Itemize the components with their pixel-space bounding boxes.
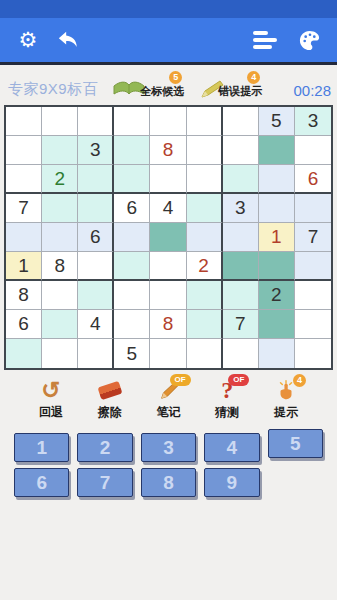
mark-candidates-control[interactable]: 5 全标候选	[112, 71, 184, 99]
cell-r4c2[interactable]	[42, 194, 78, 223]
numpad-9[interactable]: 9	[204, 468, 259, 497]
cell-r2c1[interactable]	[6, 136, 42, 165]
cell-r5c5[interactable]	[150, 223, 186, 252]
numpad-7[interactable]: 7	[77, 468, 132, 497]
numpad-3[interactable]: 3	[141, 433, 196, 462]
undo-button[interactable]: ↺ 回退	[28, 378, 74, 421]
undo-arrow-icon[interactable]	[54, 26, 82, 54]
errors-label: 错误提示	[218, 84, 262, 99]
cell-r8c9[interactable]	[295, 310, 331, 339]
cell-r1c5[interactable]	[150, 107, 186, 136]
guess-off-badge: OF	[228, 374, 249, 386]
cell-r4c5[interactable]: 4	[150, 194, 186, 223]
hint-count-badge: 4	[293, 374, 306, 387]
game-timer: 00:28	[293, 82, 331, 99]
errors-badge: 4	[247, 71, 260, 84]
cell-r8c5[interactable]: 8	[150, 310, 186, 339]
cell-r5c1[interactable]	[6, 223, 42, 252]
hint-button[interactable]: 4 提示	[263, 378, 309, 421]
cell-r3c5[interactable]	[150, 165, 186, 194]
cell-r7c9[interactable]	[295, 281, 331, 310]
cell-r7c1[interactable]: 8	[6, 281, 42, 310]
cell-r4c8[interactable]	[259, 194, 295, 223]
cell-r3c8[interactable]	[259, 165, 295, 194]
cell-r9c1[interactable]	[6, 339, 42, 368]
cell-r7c8[interactable]: 2	[259, 281, 295, 310]
cell-r9c8[interactable]	[259, 339, 295, 368]
cell-r2c8[interactable]	[259, 136, 295, 165]
cell-r3c1[interactable]	[6, 165, 42, 194]
cell-r9c5[interactable]	[150, 339, 186, 368]
cell-r6c6[interactable]: 2	[187, 252, 223, 281]
status-bar	[0, 0, 337, 18]
cell-r2c6[interactable]	[187, 136, 223, 165]
cell-r8c3[interactable]: 4	[78, 310, 114, 339]
cell-r6c5[interactable]	[150, 252, 186, 281]
cell-r7c4[interactable]	[114, 281, 150, 310]
cell-r9c3[interactable]	[78, 339, 114, 368]
cell-r1c6[interactable]	[187, 107, 223, 136]
cell-r3c7[interactable]	[223, 165, 259, 194]
cell-r6c1[interactable]: 1	[6, 252, 42, 281]
cell-r1c4[interactable]	[114, 107, 150, 136]
notes-button[interactable]: OF 笔记	[146, 378, 192, 421]
top-app-bar: ⚙	[0, 18, 337, 62]
cell-r5c6[interactable]	[187, 223, 223, 252]
cell-r3c3[interactable]	[78, 165, 114, 194]
cell-r1c9[interactable]: 3	[295, 107, 331, 136]
cell-r1c8[interactable]: 5	[259, 107, 295, 136]
cell-r3c9[interactable]: 6	[295, 165, 331, 194]
numpad-6[interactable]: 6	[14, 468, 69, 497]
cell-r3c4[interactable]	[114, 165, 150, 194]
action-toolbar: ↺ 回退 擦除 OF 笔记 OF ? 猜测 4	[0, 370, 337, 421]
guess-button[interactable]: OF ? 猜测	[204, 378, 250, 421]
cell-r9c4[interactable]: 5	[114, 339, 150, 368]
cell-r6c7[interactable]	[223, 252, 259, 281]
cell-r5c3[interactable]: 6	[78, 223, 114, 252]
cell-r4c9[interactable]	[295, 194, 331, 223]
cell-r8c7[interactable]: 7	[223, 310, 259, 339]
cell-r6c2[interactable]: 8	[42, 252, 78, 281]
cell-r1c2[interactable]	[42, 107, 78, 136]
cell-r9c7[interactable]	[223, 339, 259, 368]
numpad-1[interactable]: 1	[14, 433, 69, 462]
sudoku-board: 53382676436171828264875	[4, 105, 333, 370]
cell-r5c2[interactable]	[42, 223, 78, 252]
cell-r9c6[interactable]	[187, 339, 223, 368]
candidates-label: 全标候选	[140, 84, 184, 99]
numpad-8[interactable]: 8	[141, 468, 196, 497]
cell-r6c9[interactable]	[295, 252, 331, 281]
game-info-header: 专家9X9标百 5 全标候选 4 错误提示 00:28	[0, 65, 337, 103]
palette-icon[interactable]	[295, 26, 323, 54]
cell-r2c2[interactable]	[42, 136, 78, 165]
notes-off-badge: OF	[170, 374, 191, 386]
eraser-icon	[97, 380, 122, 399]
cell-r7c5[interactable]	[150, 281, 186, 310]
sudoku-app-screen: ⚙ 专家9X9标百 5 全标候选	[0, 0, 337, 600]
number-pad: 1 2 3 4 5 6 7 8 9	[14, 433, 323, 497]
cell-r2c9[interactable]	[295, 136, 331, 165]
cell-r7c7[interactable]	[223, 281, 259, 310]
puzzle-title: 专家9X9标百	[8, 80, 98, 99]
sort-bars-icon[interactable]	[253, 26, 281, 54]
numpad-4[interactable]: 4	[204, 433, 259, 462]
cell-r4c6[interactable]	[187, 194, 223, 223]
cell-r9c9[interactable]	[295, 339, 331, 368]
cell-r3c6[interactable]	[187, 165, 223, 194]
cell-r6c3[interactable]	[78, 252, 114, 281]
cell-r8c2[interactable]	[42, 310, 78, 339]
cell-r6c8[interactable]	[259, 252, 295, 281]
cell-r1c3[interactable]	[78, 107, 114, 136]
cell-r6c4[interactable]	[114, 252, 150, 281]
cell-r7c3[interactable]	[78, 281, 114, 310]
cell-r5c4[interactable]	[114, 223, 150, 252]
cell-r4c3[interactable]	[78, 194, 114, 223]
cell-r4c4[interactable]: 6	[114, 194, 150, 223]
erase-button[interactable]: 擦除	[87, 378, 133, 421]
cell-r7c2[interactable]	[42, 281, 78, 310]
cell-r7c6[interactable]	[187, 281, 223, 310]
cell-r1c1[interactable]	[6, 107, 42, 136]
undo-icon: ↺	[41, 379, 60, 401]
cell-r9c2[interactable]	[42, 339, 78, 368]
cell-r3c2[interactable]: 2	[42, 165, 78, 194]
numpad-2[interactable]: 2	[77, 433, 132, 462]
cell-r8c6[interactable]	[187, 310, 223, 339]
cell-r1c7[interactable]	[223, 107, 259, 136]
cell-r2c3[interactable]: 3	[78, 136, 114, 165]
cell-r8c8[interactable]	[259, 310, 295, 339]
cell-r4c1[interactable]: 7	[6, 194, 42, 223]
cell-r5c7[interactable]	[223, 223, 259, 252]
cell-r2c5[interactable]: 8	[150, 136, 186, 165]
cell-r4c7[interactable]: 3	[223, 194, 259, 223]
error-hint-control[interactable]: 4 错误提示	[198, 71, 262, 99]
candidates-badge: 5	[169, 71, 182, 84]
cell-r8c4[interactable]	[114, 310, 150, 339]
cell-r2c7[interactable]	[223, 136, 259, 165]
cell-r2c4[interactable]	[114, 136, 150, 165]
numpad-5[interactable]: 5	[268, 429, 323, 458]
settings-gear-icon[interactable]: ⚙	[14, 26, 42, 54]
cell-r5c9[interactable]: 7	[295, 223, 331, 252]
cell-r5c8[interactable]: 1	[259, 223, 295, 252]
cell-r8c1[interactable]: 6	[6, 310, 42, 339]
